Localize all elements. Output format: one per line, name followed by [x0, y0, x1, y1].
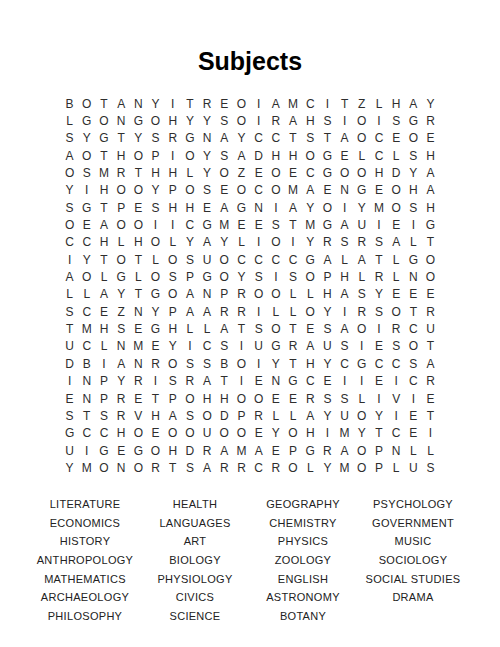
grid-cell-r5c15[interactable]: C	[302, 164, 319, 181]
grid-cell-r13c8[interactable]: A	[181, 303, 198, 320]
grid-cell-r19c6[interactable]: H	[147, 407, 164, 424]
grid-cell-r17c20[interactable]: I	[388, 373, 405, 390]
grid-cell-r8c16[interactable]: G	[319, 216, 336, 233]
grid-cell-r14c19[interactable]: I	[370, 320, 387, 337]
grid-cell-r17c10[interactable]: T	[216, 373, 233, 390]
grid-cell-r10c16[interactable]: A	[319, 251, 336, 268]
grid-cell-r20c3[interactable]: C	[95, 425, 112, 442]
grid-cell-r17c9[interactable]: A	[199, 373, 216, 390]
grid-cell-r11c9[interactable]: G	[199, 268, 216, 285]
grid-cell-r21c3[interactable]: G	[95, 442, 112, 459]
grid-cell-r2c1[interactable]: L	[61, 112, 78, 129]
grid-cell-r21c19[interactable]: P	[370, 442, 387, 459]
grid-cell-r13c15[interactable]: O	[302, 303, 319, 320]
grid-cell-r14c1[interactable]: T	[61, 320, 78, 337]
grid-cell-r19c16[interactable]: Y	[319, 407, 336, 424]
grid-cell-r16c2[interactable]: B	[78, 355, 95, 372]
grid-cell-r1c14[interactable]: M	[284, 95, 301, 112]
grid-cell-r7c16[interactable]: O	[319, 199, 336, 216]
grid-cell-r10c20[interactable]: L	[388, 251, 405, 268]
grid-cell-r3c15[interactable]: S	[302, 130, 319, 147]
grid-cell-r9c1[interactable]: C	[61, 234, 78, 251]
grid-cell-r12c21[interactable]: E	[405, 286, 422, 303]
grid-cell-r10c19[interactable]: T	[370, 251, 387, 268]
grid-cell-r6c11[interactable]: O	[233, 182, 250, 199]
grid-cell-r14c7[interactable]: H	[164, 320, 181, 337]
grid-cell-r11c16[interactable]: P	[319, 268, 336, 285]
grid-cell-r22c12[interactable]: C	[250, 459, 267, 476]
grid-cell-r11c7[interactable]: S	[164, 268, 181, 285]
grid-cell-r7c15[interactable]: Y	[302, 199, 319, 216]
grid-cell-r17c19[interactable]: E	[370, 373, 387, 390]
grid-cell-r3c11[interactable]: Y	[233, 130, 250, 147]
grid-cell-r21c15[interactable]: G	[302, 442, 319, 459]
grid-cell-r1c21[interactable]: A	[405, 95, 422, 112]
grid-cell-r13c10[interactable]: R	[216, 303, 233, 320]
grid-cell-r14c16[interactable]: S	[319, 320, 336, 337]
grid-cell-r9c4[interactable]: L	[113, 234, 130, 251]
grid-cell-r7c21[interactable]: S	[405, 199, 422, 216]
grid-cell-r16c8[interactable]: S	[181, 355, 198, 372]
grid-cell-r22c17[interactable]: M	[336, 459, 353, 476]
grid-cell-r7c22[interactable]: H	[422, 199, 439, 216]
grid-cell-r13c3[interactable]: E	[95, 303, 112, 320]
grid-cell-r9c5[interactable]: H	[130, 234, 147, 251]
grid-cell-r18c8[interactable]: O	[181, 390, 198, 407]
grid-cell-r12c6[interactable]: G	[147, 286, 164, 303]
grid-cell-r7c11[interactable]: G	[233, 199, 250, 216]
grid-cell-r14c8[interactable]: L	[181, 320, 198, 337]
grid-cell-r13c13[interactable]: L	[267, 303, 284, 320]
grid-cell-r10c9[interactable]: U	[199, 251, 216, 268]
grid-cell-r4c12[interactable]: D	[250, 147, 267, 164]
grid-cell-r7c9[interactable]: E	[199, 199, 216, 216]
grid-cell-r15c11[interactable]: I	[233, 338, 250, 355]
grid-cell-r5c20[interactable]: D	[388, 164, 405, 181]
grid-cell-r20c14[interactable]: O	[284, 425, 301, 442]
grid-cell-r8c19[interactable]: I	[370, 216, 387, 233]
grid-cell-r13c5[interactable]: N	[130, 303, 147, 320]
grid-cell-r21c12[interactable]: A	[250, 442, 267, 459]
grid-cell-r19c12[interactable]: R	[250, 407, 267, 424]
grid-cell-r21c5[interactable]: G	[130, 442, 147, 459]
grid-cell-r21c6[interactable]: O	[147, 442, 164, 459]
grid-cell-r2c2[interactable]: G	[78, 112, 95, 129]
grid-cell-r17c15[interactable]: C	[302, 373, 319, 390]
grid-cell-r1c17[interactable]: T	[336, 95, 353, 112]
grid-cell-r1c11[interactable]: O	[233, 95, 250, 112]
grid-cell-r15c8[interactable]: I	[181, 338, 198, 355]
grid-cell-r11c21[interactable]: N	[405, 268, 422, 285]
grid-cell-r1c18[interactable]: Z	[353, 95, 370, 112]
grid-cell-r4c21[interactable]: S	[405, 147, 422, 164]
grid-cell-r6c16[interactable]: E	[319, 182, 336, 199]
grid-cell-r11c19[interactable]: R	[370, 268, 387, 285]
grid-cell-r15c7[interactable]: Y	[164, 338, 181, 355]
grid-cell-r22c11[interactable]: R	[233, 459, 250, 476]
grid-cell-r8c10[interactable]: M	[216, 216, 233, 233]
grid-cell-r14c18[interactable]: O	[353, 320, 370, 337]
grid-cell-r18c11[interactable]: O	[233, 390, 250, 407]
grid-cell-r10c18[interactable]: A	[353, 251, 370, 268]
grid-cell-r2c14[interactable]: A	[284, 112, 301, 129]
grid-cell-r1c13[interactable]: A	[267, 95, 284, 112]
grid-cell-r1c5[interactable]: N	[130, 95, 147, 112]
grid-cell-r16c11[interactable]: O	[233, 355, 250, 372]
grid-cell-r21c17[interactable]: A	[336, 442, 353, 459]
grid-cell-r9c14[interactable]: I	[284, 234, 301, 251]
grid-cell-r6c19[interactable]: E	[370, 182, 387, 199]
grid-cell-r6c13[interactable]: O	[267, 182, 284, 199]
grid-cell-r5c11[interactable]: Z	[233, 164, 250, 181]
grid-cell-r13c17[interactable]: I	[336, 303, 353, 320]
grid-cell-r12c17[interactable]: A	[336, 286, 353, 303]
grid-cell-r17c4[interactable]: Y	[113, 373, 130, 390]
grid-cell-r5c13[interactable]: O	[267, 164, 284, 181]
grid-cell-r6c2[interactable]: I	[78, 182, 95, 199]
grid-cell-r6c10[interactable]: E	[216, 182, 233, 199]
grid-cell-r5c7[interactable]: H	[164, 164, 181, 181]
grid-cell-r6c12[interactable]: C	[250, 182, 267, 199]
grid-cell-r2c13[interactable]: R	[267, 112, 284, 129]
grid-cell-r7c19[interactable]: M	[370, 199, 387, 216]
grid-cell-r20c22[interactable]: I	[422, 425, 439, 442]
grid-cell-r4c4[interactable]: H	[113, 147, 130, 164]
grid-cell-r15c19[interactable]: E	[370, 338, 387, 355]
grid-cell-r10c12[interactable]: C	[250, 251, 267, 268]
grid-cell-r2c20[interactable]: S	[388, 112, 405, 129]
grid-cell-r3c17[interactable]: A	[336, 130, 353, 147]
grid-cell-r22c18[interactable]: O	[353, 459, 370, 476]
grid-cell-r20c19[interactable]: T	[370, 425, 387, 442]
grid-cell-r12c15[interactable]: L	[302, 286, 319, 303]
grid-cell-r19c18[interactable]: O	[353, 407, 370, 424]
grid-cell-r17c12[interactable]: E	[250, 373, 267, 390]
grid-cell-r6c18[interactable]: G	[353, 182, 370, 199]
grid-cell-r19c4[interactable]: R	[113, 407, 130, 424]
grid-cell-r19c5[interactable]: V	[130, 407, 147, 424]
grid-cell-r1c19[interactable]: L	[370, 95, 387, 112]
grid-cell-r12c1[interactable]: L	[61, 286, 78, 303]
grid-cell-r12c19[interactable]: Y	[370, 286, 387, 303]
grid-cell-r11c12[interactable]: S	[250, 268, 267, 285]
grid-cell-r18c12[interactable]: O	[250, 390, 267, 407]
grid-cell-r9c12[interactable]: I	[250, 234, 267, 251]
grid-cell-r3c19[interactable]: C	[370, 130, 387, 147]
grid-cell-r22c21[interactable]: U	[405, 459, 422, 476]
grid-cell-r21c9[interactable]: R	[199, 442, 216, 459]
grid-cell-r17c21[interactable]: C	[405, 373, 422, 390]
grid-cell-r12c3[interactable]: A	[95, 286, 112, 303]
grid-cell-r5c14[interactable]: E	[284, 164, 301, 181]
grid-cell-r10c6[interactable]: L	[147, 251, 164, 268]
grid-cell-r12c9[interactable]: N	[199, 286, 216, 303]
grid-cell-r10c15[interactable]: G	[302, 251, 319, 268]
grid-cell-r20c10[interactable]: O	[216, 425, 233, 442]
grid-cell-r12c10[interactable]: P	[216, 286, 233, 303]
grid-cell-r20c4[interactable]: H	[113, 425, 130, 442]
grid-cell-r4c8[interactable]: O	[181, 147, 198, 164]
grid-cell-r10c7[interactable]: O	[164, 251, 181, 268]
grid-cell-r19c1[interactable]: S	[61, 407, 78, 424]
grid-cell-r7c1[interactable]: S	[61, 199, 78, 216]
grid-cell-r7c2[interactable]: G	[78, 199, 95, 216]
grid-cell-r4c7[interactable]: I	[164, 147, 181, 164]
grid-cell-r13c16[interactable]: Y	[319, 303, 336, 320]
grid-cell-r17c8[interactable]: R	[181, 373, 198, 390]
grid-cell-r8c5[interactable]: O	[130, 216, 147, 233]
grid-cell-r11c10[interactable]: O	[216, 268, 233, 285]
grid-cell-r4c11[interactable]: A	[233, 147, 250, 164]
grid-cell-r2c16[interactable]: S	[319, 112, 336, 129]
grid-cell-r17c1[interactable]: I	[61, 373, 78, 390]
grid-cell-r3c1[interactable]: S	[61, 130, 78, 147]
grid-cell-r19c3[interactable]: S	[95, 407, 112, 424]
grid-cell-r21c22[interactable]: L	[422, 442, 439, 459]
grid-cell-r4c17[interactable]: E	[336, 147, 353, 164]
grid-cell-r4c1[interactable]: A	[61, 147, 78, 164]
grid-cell-r21c10[interactable]: A	[216, 442, 233, 459]
grid-cell-r6c14[interactable]: M	[284, 182, 301, 199]
grid-cell-r3c2[interactable]: Y	[78, 130, 95, 147]
grid-cell-r12c20[interactable]: E	[388, 286, 405, 303]
grid-cell-r14c2[interactable]: M	[78, 320, 95, 337]
grid-cell-r14c20[interactable]: R	[388, 320, 405, 337]
grid-cell-r9c13[interactable]: O	[267, 234, 284, 251]
grid-cell-r7c18[interactable]: Y	[353, 199, 370, 216]
grid-cell-r13c9[interactable]: A	[199, 303, 216, 320]
grid-cell-r14c22[interactable]: U	[422, 320, 439, 337]
grid-cell-r21c14[interactable]: P	[284, 442, 301, 459]
grid-cell-r6c22[interactable]: A	[422, 182, 439, 199]
grid-cell-r21c13[interactable]: E	[267, 442, 284, 459]
grid-cell-r8c3[interactable]: A	[95, 216, 112, 233]
grid-cell-r16c13[interactable]: Y	[267, 355, 284, 372]
grid-cell-r12c8[interactable]: A	[181, 286, 198, 303]
grid-cell-r1c1[interactable]: B	[61, 95, 78, 112]
grid-cell-r2c9[interactable]: Y	[199, 112, 216, 129]
grid-cell-r4c6[interactable]: P	[147, 147, 164, 164]
grid-cell-r19c21[interactable]: E	[405, 407, 422, 424]
grid-cell-r4c9[interactable]: Y	[199, 147, 216, 164]
grid-cell-r22c10[interactable]: R	[216, 459, 233, 476]
grid-cell-r4c15[interactable]: O	[302, 147, 319, 164]
grid-cell-r6c7[interactable]: P	[164, 182, 181, 199]
grid-cell-r20c12[interactable]: E	[250, 425, 267, 442]
grid-cell-r15c6[interactable]: E	[147, 338, 164, 355]
grid-cell-r14c4[interactable]: S	[113, 320, 130, 337]
grid-cell-r13c20[interactable]: O	[388, 303, 405, 320]
grid-cell-r8c4[interactable]: O	[113, 216, 130, 233]
grid-cell-r2c21[interactable]: G	[405, 112, 422, 129]
grid-cell-r12c7[interactable]: O	[164, 286, 181, 303]
grid-cell-r5c9[interactable]: Y	[199, 164, 216, 181]
grid-cell-r16c12[interactable]: I	[250, 355, 267, 372]
grid-cell-r5c1[interactable]: O	[61, 164, 78, 181]
grid-cell-r15c2[interactable]: C	[78, 338, 95, 355]
grid-cell-r10c13[interactable]: C	[267, 251, 284, 268]
grid-cell-r15c14[interactable]: R	[284, 338, 301, 355]
grid-cell-r10c21[interactable]: G	[405, 251, 422, 268]
grid-cell-r17c18[interactable]: I	[353, 373, 370, 390]
grid-cell-r22c4[interactable]: N	[113, 459, 130, 476]
grid-cell-r21c11[interactable]: M	[233, 442, 250, 459]
grid-cell-r4c20[interactable]: L	[388, 147, 405, 164]
grid-cell-r18c4[interactable]: R	[113, 390, 130, 407]
grid-cell-r2c6[interactable]: O	[147, 112, 164, 129]
grid-cell-r3c9[interactable]: N	[199, 130, 216, 147]
grid-cell-r17c17[interactable]: I	[336, 373, 353, 390]
grid-cell-r15c1[interactable]: U	[61, 338, 78, 355]
grid-cell-r16c1[interactable]: D	[61, 355, 78, 372]
grid-cell-r19c2[interactable]: T	[78, 407, 95, 424]
grid-cell-r8c7[interactable]: I	[164, 216, 181, 233]
grid-cell-r20c11[interactable]: O	[233, 425, 250, 442]
grid-cell-r22c8[interactable]: S	[181, 459, 198, 476]
grid-cell-r14c21[interactable]: C	[405, 320, 422, 337]
grid-cell-r16c15[interactable]: H	[302, 355, 319, 372]
grid-cell-r14c11[interactable]: T	[233, 320, 250, 337]
grid-cell-r14c17[interactable]: A	[336, 320, 353, 337]
grid-cell-r18c21[interactable]: I	[405, 390, 422, 407]
grid-cell-r12c5[interactable]: T	[130, 286, 147, 303]
grid-cell-r7c5[interactable]: E	[130, 199, 147, 216]
grid-cell-r13c6[interactable]: Y	[147, 303, 164, 320]
grid-cell-r6c21[interactable]: H	[405, 182, 422, 199]
grid-cell-r18c22[interactable]: E	[422, 390, 439, 407]
grid-cell-r17c2[interactable]: N	[78, 373, 95, 390]
grid-cell-r19c19[interactable]: Y	[370, 407, 387, 424]
grid-cell-r20c5[interactable]: O	[130, 425, 147, 442]
grid-cell-r12c2[interactable]: L	[78, 286, 95, 303]
grid-cell-r11c13[interactable]: I	[267, 268, 284, 285]
grid-cell-r22c5[interactable]: O	[130, 459, 147, 476]
grid-cell-r9c18[interactable]: R	[353, 234, 370, 251]
grid-cell-r18c5[interactable]: E	[130, 390, 147, 407]
grid-cell-r1c20[interactable]: H	[388, 95, 405, 112]
grid-cell-r16c18[interactable]: G	[353, 355, 370, 372]
grid-cell-r15c15[interactable]: A	[302, 338, 319, 355]
grid-cell-r1c4[interactable]: A	[113, 95, 130, 112]
grid-cell-r22c6[interactable]: R	[147, 459, 164, 476]
grid-cell-r16c19[interactable]: C	[370, 355, 387, 372]
grid-cell-r1c22[interactable]: Y	[422, 95, 439, 112]
grid-cell-r4c19[interactable]: C	[370, 147, 387, 164]
grid-cell-r18c7[interactable]: P	[164, 390, 181, 407]
grid-cell-r19c20[interactable]: I	[388, 407, 405, 424]
grid-cell-r7c14[interactable]: A	[284, 199, 301, 216]
grid-cell-r15c16[interactable]: U	[319, 338, 336, 355]
grid-cell-r11c15[interactable]: O	[302, 268, 319, 285]
grid-cell-r9c17[interactable]: S	[336, 234, 353, 251]
grid-cell-r15c22[interactable]: T	[422, 338, 439, 355]
grid-cell-r21c20[interactable]: N	[388, 442, 405, 459]
grid-cell-r4c18[interactable]: L	[353, 147, 370, 164]
grid-cell-r14c5[interactable]: E	[130, 320, 147, 337]
grid-cell-r22c19[interactable]: P	[370, 459, 387, 476]
grid-cell-r14c13[interactable]: O	[267, 320, 284, 337]
grid-cell-r2c18[interactable]: O	[353, 112, 370, 129]
grid-cell-r12c22[interactable]: E	[422, 286, 439, 303]
grid-cell-r10c8[interactable]: S	[181, 251, 198, 268]
grid-cell-r13c7[interactable]: P	[164, 303, 181, 320]
grid-cell-r5c6[interactable]: H	[147, 164, 164, 181]
grid-cell-r9c8[interactable]: Y	[181, 234, 198, 251]
grid-cell-r22c1[interactable]: Y	[61, 459, 78, 476]
grid-cell-r1c9[interactable]: R	[199, 95, 216, 112]
grid-cell-r2c22[interactable]: R	[422, 112, 439, 129]
grid-cell-r18c18[interactable]: L	[353, 390, 370, 407]
grid-cell-r2c12[interactable]: I	[250, 112, 267, 129]
grid-cell-r15c17[interactable]: S	[336, 338, 353, 355]
grid-cell-r18c9[interactable]: H	[199, 390, 216, 407]
grid-cell-r16c22[interactable]: A	[422, 355, 439, 372]
grid-cell-r7c12[interactable]: N	[250, 199, 267, 216]
grid-cell-r17c7[interactable]: S	[164, 373, 181, 390]
grid-cell-r20c13[interactable]: Y	[267, 425, 284, 442]
grid-cell-r14c12[interactable]: S	[250, 320, 267, 337]
grid-cell-r16c21[interactable]: S	[405, 355, 422, 372]
grid-cell-r11c18[interactable]: L	[353, 268, 370, 285]
grid-cell-r4c22[interactable]: H	[422, 147, 439, 164]
grid-cell-r7c8[interactable]: H	[181, 199, 198, 216]
grid-cell-r17c13[interactable]: N	[267, 373, 284, 390]
grid-cell-r15c9[interactable]: C	[199, 338, 216, 355]
grid-cell-r16c16[interactable]: Y	[319, 355, 336, 372]
grid-cell-r5c21[interactable]: Y	[405, 164, 422, 181]
grid-cell-r3c3[interactable]: G	[95, 130, 112, 147]
grid-cell-r8c14[interactable]: T	[284, 216, 301, 233]
grid-cell-r3c8[interactable]: G	[181, 130, 198, 147]
grid-cell-r13c18[interactable]: R	[353, 303, 370, 320]
grid-cell-r9c7[interactable]: L	[164, 234, 181, 251]
grid-cell-r6c9[interactable]: S	[199, 182, 216, 199]
grid-cell-r2c7[interactable]: H	[164, 112, 181, 129]
grid-cell-r16c20[interactable]: C	[388, 355, 405, 372]
grid-cell-r4c10[interactable]: S	[216, 147, 233, 164]
grid-cell-r22c16[interactable]: Y	[319, 459, 336, 476]
grid-cell-r10c1[interactable]: I	[61, 251, 78, 268]
grid-cell-r3c7[interactable]: R	[164, 130, 181, 147]
grid-cell-r2c11[interactable]: O	[233, 112, 250, 129]
grid-cell-r15c21[interactable]: O	[405, 338, 422, 355]
grid-cell-r8c22[interactable]: G	[422, 216, 439, 233]
grid-cell-r10c22[interactable]: O	[422, 251, 439, 268]
grid-cell-r18c6[interactable]: T	[147, 390, 164, 407]
grid-cell-r6c17[interactable]: N	[336, 182, 353, 199]
grid-cell-r16c17[interactable]: C	[336, 355, 353, 372]
grid-cell-r12c16[interactable]: H	[319, 286, 336, 303]
grid-cell-r5c8[interactable]: L	[181, 164, 198, 181]
grid-cell-r11c3[interactable]: L	[95, 268, 112, 285]
grid-cell-r8c8[interactable]: C	[181, 216, 198, 233]
grid-cell-r15c4[interactable]: N	[113, 338, 130, 355]
grid-cell-r2c8[interactable]: Y	[181, 112, 198, 129]
grid-cell-r21c18[interactable]: O	[353, 442, 370, 459]
grid-cell-r20c9[interactable]: U	[199, 425, 216, 442]
grid-cell-r3c12[interactable]: C	[250, 130, 267, 147]
grid-cell-r21c4[interactable]: E	[113, 442, 130, 459]
grid-cell-r8c11[interactable]: E	[233, 216, 250, 233]
grid-cell-r18c3[interactable]: P	[95, 390, 112, 407]
grid-cell-r21c7[interactable]: H	[164, 442, 181, 459]
grid-cell-r11c5[interactable]: L	[130, 268, 147, 285]
grid-cell-r12c13[interactable]: O	[267, 286, 284, 303]
grid-cell-r11c6[interactable]: O	[147, 268, 164, 285]
grid-cell-r4c2[interactable]: O	[78, 147, 95, 164]
grid-cell-r4c16[interactable]: G	[319, 147, 336, 164]
grid-cell-r5c3[interactable]: M	[95, 164, 112, 181]
